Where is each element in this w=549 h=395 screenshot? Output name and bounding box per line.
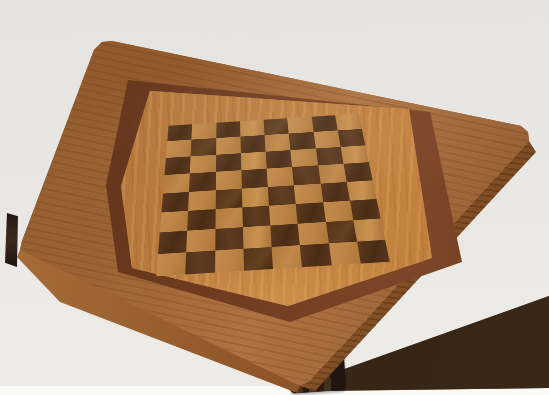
board-square-r6c7 <box>323 201 353 223</box>
board-square-r5c4 <box>242 187 269 208</box>
board-square-r2c2 <box>191 138 216 156</box>
photo-backdrop <box>0 0 549 395</box>
board-square-r7c8 <box>353 219 385 242</box>
board-square-r1c4 <box>240 120 265 137</box>
board-square-r6c6 <box>296 202 326 224</box>
board-square-r7c4 <box>243 226 272 249</box>
board-square-r4c7 <box>318 164 347 184</box>
board-square-r8c2 <box>185 250 214 274</box>
board-square-r3c8 <box>340 145 368 164</box>
board-square-r8c3 <box>215 248 244 272</box>
board-square-r2c4 <box>240 135 265 153</box>
board-square-r4c6 <box>292 165 320 185</box>
board-square-r7c5 <box>270 224 300 247</box>
board-square-r3c4 <box>241 152 267 171</box>
board-square-r2c5 <box>265 134 291 152</box>
board-square-r8c5 <box>272 245 303 269</box>
board-square-r5c2 <box>188 190 215 211</box>
board-square-r3c1 <box>164 156 190 175</box>
board-square-r6c3 <box>215 207 243 229</box>
board-square-r4c5 <box>267 167 294 187</box>
board-square-r2c3 <box>216 137 241 155</box>
board-square-r2c8 <box>338 129 366 147</box>
board-square-r7c6 <box>298 222 328 245</box>
board-square-r6c5 <box>269 204 298 226</box>
board-square-r2c1 <box>166 140 192 158</box>
board-square-r3c5 <box>266 150 293 169</box>
board-square-r7c3 <box>215 227 243 250</box>
board-square-r1c2 <box>192 123 216 140</box>
board-square-r3c3 <box>216 153 242 172</box>
board-square-r1c5 <box>264 118 289 135</box>
board-square-r4c4 <box>241 169 268 189</box>
board-square-r7c1 <box>158 231 187 254</box>
board-square-r4c2 <box>189 172 215 192</box>
board-square-r5c6 <box>294 183 323 204</box>
board-square-r8c4 <box>243 247 273 271</box>
board-square-r8c7 <box>328 241 360 265</box>
board-square-r1c8 <box>335 114 362 131</box>
board-square-r5c3 <box>215 188 242 209</box>
board-square-r3c6 <box>291 148 318 167</box>
board-square-r5c7 <box>320 182 349 203</box>
board-square-r6c8 <box>350 199 381 221</box>
board-square-r3c2 <box>190 155 216 174</box>
board-square-r8c8 <box>357 240 390 264</box>
board-square-r6c2 <box>187 209 215 231</box>
board-square-r1c1 <box>167 124 192 141</box>
board-square-r1c6 <box>287 117 313 134</box>
board-square-r6c4 <box>242 206 270 228</box>
board-square-r2c7 <box>313 131 340 149</box>
board-square-r5c8 <box>346 180 376 200</box>
checkerboard-area <box>156 9 390 269</box>
board-square-r4c1 <box>163 173 190 193</box>
board-square-r8c1 <box>156 252 186 276</box>
board-square-r8c6 <box>300 243 331 267</box>
board-square-r2c6 <box>289 132 316 150</box>
board-square-r7c2 <box>186 229 215 252</box>
board-square-r1c3 <box>216 121 240 138</box>
board-square-r4c8 <box>343 162 372 181</box>
board-square-r6c1 <box>160 211 189 233</box>
board-square-r3c7 <box>315 147 343 166</box>
board-square-r1c7 <box>311 115 337 132</box>
board-square-r5c5 <box>268 185 296 206</box>
table-left-support <box>5 213 18 267</box>
board-square-r5c1 <box>161 192 189 213</box>
board-square-r7c7 <box>326 220 357 243</box>
board-square-r4c3 <box>215 170 241 190</box>
checkerboard <box>156 114 390 277</box>
